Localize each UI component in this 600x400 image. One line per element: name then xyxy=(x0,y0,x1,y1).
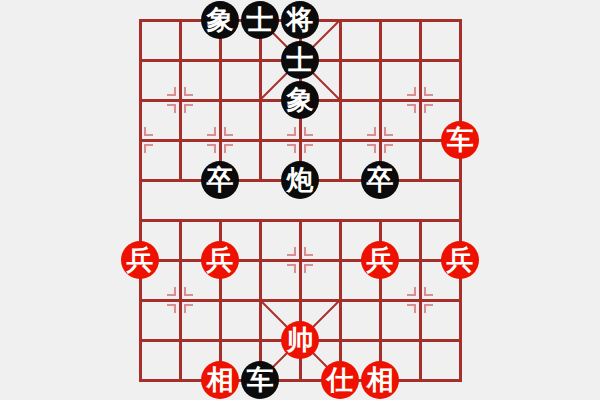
marker-bracket xyxy=(407,304,416,313)
piece-black-soldier[interactable]: 卒 xyxy=(361,161,399,199)
board-cell xyxy=(419,339,459,379)
piece-black-elephant[interactable]: 象 xyxy=(201,1,239,39)
board-cell xyxy=(219,299,259,339)
board-cell xyxy=(139,19,179,59)
board-cell xyxy=(219,59,259,99)
piece-black-soldier[interactable]: 卒 xyxy=(201,161,239,199)
marker-bracket xyxy=(287,127,296,136)
river-cell xyxy=(139,179,179,219)
piece-red-chariot[interactable]: 车 xyxy=(441,121,479,159)
marker-bracket xyxy=(424,87,433,96)
piece-black-cannon[interactable]: 炮 xyxy=(281,161,319,199)
marker-bracket xyxy=(207,144,216,153)
position-marker xyxy=(165,285,195,315)
marker-bracket xyxy=(367,127,376,136)
marker-bracket xyxy=(384,127,393,136)
position-marker xyxy=(285,125,315,155)
marker-bracket xyxy=(424,104,433,113)
position-marker xyxy=(285,245,315,275)
marker-bracket xyxy=(184,287,193,296)
position-marker xyxy=(405,285,435,315)
marker-bracket xyxy=(304,264,313,273)
marker-bracket xyxy=(167,304,176,313)
position-marker xyxy=(365,125,395,155)
marker-bracket xyxy=(407,87,416,96)
board-cell xyxy=(339,299,379,339)
marker-bracket xyxy=(424,304,433,313)
marker-bracket xyxy=(407,287,416,296)
marker-bracket xyxy=(167,87,176,96)
marker-bracket xyxy=(144,127,153,136)
piece-red-general[interactable]: 帅 xyxy=(281,321,319,359)
marker-bracket xyxy=(287,247,296,256)
position-marker xyxy=(165,85,195,115)
piece-red-soldier[interactable]: 兵 xyxy=(121,241,159,279)
marker-bracket xyxy=(424,287,433,296)
marker-bracket xyxy=(184,87,193,96)
position-marker xyxy=(125,125,155,155)
piece-red-soldier[interactable]: 兵 xyxy=(441,241,479,279)
marker-bracket xyxy=(224,144,233,153)
marker-bracket xyxy=(384,144,393,153)
marker-bracket xyxy=(167,287,176,296)
position-marker xyxy=(205,125,235,155)
marker-bracket xyxy=(304,144,313,153)
board-cell xyxy=(139,339,179,379)
piece-black-advisor[interactable]: 士 xyxy=(241,1,279,39)
piece-black-general[interactable]: 将 xyxy=(281,1,319,39)
river-cell xyxy=(419,179,459,219)
marker-bracket xyxy=(407,104,416,113)
marker-bracket xyxy=(304,127,313,136)
marker-bracket xyxy=(287,264,296,273)
piece-red-soldier[interactable]: 兵 xyxy=(201,241,239,279)
marker-bracket xyxy=(304,247,313,256)
piece-red-advisor[interactable]: 仕 xyxy=(321,361,359,399)
marker-bracket xyxy=(224,127,233,136)
board-cell xyxy=(419,19,459,59)
piece-red-soldier[interactable]: 兵 xyxy=(361,241,399,279)
board-cell xyxy=(339,19,379,59)
xiangqi-board: 象士将士象车卒炮卒兵兵兵兵帅相车仕相 xyxy=(0,0,600,400)
board-cell xyxy=(339,59,379,99)
piece-red-elephant[interactable]: 相 xyxy=(201,361,239,399)
board-cell xyxy=(379,19,419,59)
piece-black-chariot[interactable]: 车 xyxy=(241,361,279,399)
piece-red-elephant[interactable]: 相 xyxy=(361,361,399,399)
piece-black-advisor[interactable]: 士 xyxy=(281,41,319,79)
marker-bracket xyxy=(167,104,176,113)
piece-black-elephant[interactable]: 象 xyxy=(281,81,319,119)
marker-bracket xyxy=(184,104,193,113)
marker-bracket xyxy=(184,304,193,313)
marker-bracket xyxy=(287,144,296,153)
marker-bracket xyxy=(207,127,216,136)
marker-bracket xyxy=(367,144,376,153)
position-marker xyxy=(405,85,435,115)
marker-bracket xyxy=(144,144,153,153)
